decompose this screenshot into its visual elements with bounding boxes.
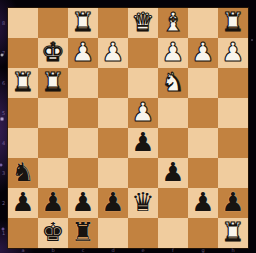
white-pawn-h7[interactable]: ♟ bbox=[221, 37, 244, 67]
square-e3[interactable] bbox=[128, 158, 158, 188]
rank-label-3: 3 bbox=[0, 158, 7, 188]
square-g3[interactable] bbox=[188, 158, 218, 188]
square-b2[interactable]: ♟ bbox=[38, 188, 68, 218]
black-pawn-h2[interactable]: ♟ bbox=[221, 187, 244, 217]
white-pawn-f7[interactable]: ♟ bbox=[161, 37, 184, 67]
square-d8[interactable] bbox=[98, 8, 128, 38]
square-a8[interactable] bbox=[8, 8, 38, 38]
square-g7[interactable]: ♟ bbox=[188, 38, 218, 68]
white-rook-b6[interactable]: ♜ bbox=[41, 67, 64, 97]
white-rook-h8[interactable]: ♜ bbox=[221, 7, 244, 37]
file-label-d: d bbox=[98, 247, 128, 253]
square-d1[interactable] bbox=[98, 218, 128, 248]
square-h2[interactable]: ♟ bbox=[218, 188, 248, 218]
square-f5[interactable] bbox=[158, 98, 188, 128]
square-c6[interactable] bbox=[68, 68, 98, 98]
square-a6[interactable]: ♜ bbox=[8, 68, 38, 98]
rank-label-4: 4 bbox=[0, 128, 7, 158]
square-c7[interactable]: ♟ bbox=[68, 38, 98, 68]
white-rook-c8[interactable]: ♜ bbox=[71, 7, 94, 37]
black-pawn-e4[interactable]: ♟ bbox=[131, 127, 154, 157]
square-h1[interactable]: ♜ bbox=[218, 218, 248, 248]
black-pawn-a2[interactable]: ♟ bbox=[11, 187, 34, 217]
square-a4[interactable] bbox=[8, 128, 38, 158]
white-bishop-f8[interactable]: ♝ bbox=[161, 7, 184, 37]
square-a1[interactable] bbox=[8, 218, 38, 248]
square-b8[interactable] bbox=[38, 8, 68, 38]
file-label-b: b bbox=[38, 247, 68, 253]
square-c2[interactable]: ♟ bbox=[68, 188, 98, 218]
square-a5[interactable] bbox=[8, 98, 38, 128]
black-king-b1[interactable]: ♚ bbox=[41, 217, 64, 247]
square-a3[interactable]: ♞ bbox=[8, 158, 38, 188]
white-pawn-c7[interactable]: ♟ bbox=[71, 37, 94, 67]
white-pawn-g7[interactable]: ♟ bbox=[191, 37, 214, 67]
square-c8[interactable]: ♜ bbox=[68, 8, 98, 38]
square-f2[interactable] bbox=[158, 188, 188, 218]
black-pawn-d2[interactable]: ♟ bbox=[101, 187, 124, 217]
square-a7[interactable] bbox=[8, 38, 38, 68]
square-f6[interactable]: ♞ bbox=[158, 68, 188, 98]
square-e1[interactable] bbox=[128, 218, 158, 248]
square-d3[interactable] bbox=[98, 158, 128, 188]
square-g1[interactable] bbox=[188, 218, 218, 248]
square-b3[interactable] bbox=[38, 158, 68, 188]
square-c3[interactable] bbox=[68, 158, 98, 188]
white-knight-f6[interactable]: ♞ bbox=[161, 67, 184, 97]
square-a2[interactable]: ♟ bbox=[8, 188, 38, 218]
rank-label-2: 2 bbox=[0, 188, 7, 218]
square-e6[interactable] bbox=[128, 68, 158, 98]
black-pawn-f3[interactable]: ♟ bbox=[161, 157, 184, 187]
square-c4[interactable] bbox=[68, 128, 98, 158]
rank-label-5: 5 bbox=[0, 98, 7, 128]
square-b1[interactable]: ♚ bbox=[38, 218, 68, 248]
rank-label-6: 6 bbox=[0, 68, 7, 98]
file-label-f: f bbox=[158, 247, 188, 253]
white-pawn-d7[interactable]: ♟ bbox=[101, 37, 124, 67]
square-d2[interactable]: ♟ bbox=[98, 188, 128, 218]
square-f4[interactable] bbox=[158, 128, 188, 158]
square-g4[interactable] bbox=[188, 128, 218, 158]
chess-board: ♜♛♝♜♚♟♟♟♟♟♜♜♞♟♟♞♟♟♟♟♟♛♟♟♚♜♜ bbox=[8, 8, 248, 248]
square-b5[interactable] bbox=[38, 98, 68, 128]
file-label-g: g bbox=[188, 247, 218, 253]
rank-label-8: 8 bbox=[0, 8, 7, 38]
white-rook-h1[interactable]: ♜ bbox=[221, 217, 244, 247]
white-rook-a6[interactable]: ♜ bbox=[11, 67, 34, 97]
file-label-h: h bbox=[218, 247, 248, 253]
square-d5[interactable] bbox=[98, 98, 128, 128]
square-e7[interactable] bbox=[128, 38, 158, 68]
black-queen-e2[interactable]: ♛ bbox=[131, 187, 154, 217]
rank-labels: 87654321 bbox=[0, 8, 7, 248]
square-b6[interactable]: ♜ bbox=[38, 68, 68, 98]
square-d4[interactable] bbox=[98, 128, 128, 158]
white-king-b7[interactable]: ♚ bbox=[41, 37, 64, 67]
square-e4[interactable]: ♟ bbox=[128, 128, 158, 158]
rank-label-1: 1 bbox=[0, 218, 7, 248]
black-rook-c1[interactable]: ♜ bbox=[71, 217, 94, 247]
square-b7[interactable]: ♚ bbox=[38, 38, 68, 68]
square-c1[interactable]: ♜ bbox=[68, 218, 98, 248]
file-labels: abcdefgh bbox=[8, 247, 248, 253]
square-f8[interactable]: ♝ bbox=[158, 8, 188, 38]
square-g2[interactable]: ♟ bbox=[188, 188, 218, 218]
square-e5[interactable]: ♟ bbox=[128, 98, 158, 128]
white-queen-e8[interactable]: ♛ bbox=[131, 7, 154, 37]
square-h3[interactable] bbox=[218, 158, 248, 188]
app-background: ♜♛♝♜♚♟♟♟♟♟♜♜♞♟♟♞♟♟♟♟♟♛♟♟♚♜♜ abcdefgh 876… bbox=[0, 0, 256, 253]
file-label-c: c bbox=[68, 247, 98, 253]
square-b4[interactable] bbox=[38, 128, 68, 158]
square-f7[interactable]: ♟ bbox=[158, 38, 188, 68]
square-h7[interactable]: ♟ bbox=[218, 38, 248, 68]
square-c5[interactable] bbox=[68, 98, 98, 128]
square-f3[interactable]: ♟ bbox=[158, 158, 188, 188]
black-pawn-g2[interactable]: ♟ bbox=[191, 187, 214, 217]
square-h5[interactable] bbox=[218, 98, 248, 128]
white-pawn-e5[interactable]: ♟ bbox=[131, 97, 154, 127]
square-g8[interactable] bbox=[188, 8, 218, 38]
square-h8[interactable]: ♜ bbox=[218, 8, 248, 38]
square-e2[interactable]: ♛ bbox=[128, 188, 158, 218]
square-e8[interactable]: ♛ bbox=[128, 8, 158, 38]
file-label-e: e bbox=[128, 247, 158, 253]
square-d7[interactable]: ♟ bbox=[98, 38, 128, 68]
square-h6[interactable] bbox=[218, 68, 248, 98]
black-pawn-b2[interactable]: ♟ bbox=[41, 187, 64, 217]
black-knight-a3[interactable]: ♞ bbox=[11, 157, 34, 187]
square-g5[interactable] bbox=[188, 98, 218, 128]
square-f1[interactable] bbox=[158, 218, 188, 248]
black-pawn-c2[interactable]: ♟ bbox=[71, 187, 94, 217]
file-label-a: a bbox=[8, 247, 38, 253]
square-d6[interactable] bbox=[98, 68, 128, 98]
rank-label-7: 7 bbox=[0, 38, 7, 68]
square-g6[interactable] bbox=[188, 68, 218, 98]
square-h4[interactable] bbox=[218, 128, 248, 158]
